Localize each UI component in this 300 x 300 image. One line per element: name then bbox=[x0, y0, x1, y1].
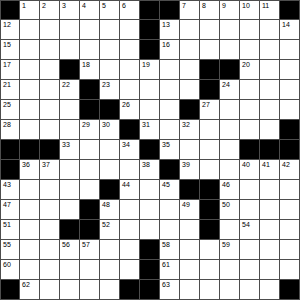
black-square bbox=[160, 160, 180, 180]
white-square[interactable] bbox=[80, 40, 100, 60]
black-square bbox=[180, 100, 200, 120]
white-square[interactable] bbox=[200, 120, 220, 140]
white-square[interactable]: 10 bbox=[240, 0, 260, 20]
black-square bbox=[0, 0, 20, 20]
white-square[interactable]: 52 bbox=[100, 220, 120, 240]
white-square[interactable] bbox=[100, 240, 120, 260]
clue-number: 55 bbox=[3, 241, 11, 249]
white-square[interactable] bbox=[260, 280, 280, 300]
white-square[interactable] bbox=[40, 260, 60, 280]
white-square[interactable]: 35 bbox=[160, 140, 180, 160]
white-square[interactable] bbox=[260, 220, 280, 240]
white-square[interactable] bbox=[220, 220, 240, 240]
white-square[interactable] bbox=[260, 80, 280, 100]
white-square[interactable] bbox=[160, 80, 180, 100]
white-square[interactable] bbox=[140, 80, 160, 100]
white-square[interactable] bbox=[200, 140, 220, 160]
white-square[interactable]: 42 bbox=[280, 160, 300, 180]
white-square[interactable] bbox=[180, 40, 200, 60]
white-square[interactable] bbox=[60, 100, 80, 120]
white-square[interactable]: 33 bbox=[60, 140, 80, 160]
clue-number: 4 bbox=[82, 2, 86, 10]
black-square bbox=[280, 0, 300, 20]
white-square[interactable] bbox=[240, 260, 260, 280]
white-square[interactable]: 15 bbox=[0, 40, 20, 60]
black-square bbox=[80, 200, 100, 220]
white-square[interactable]: 58 bbox=[160, 240, 180, 260]
white-square[interactable]: 14 bbox=[280, 20, 300, 40]
white-square[interactable] bbox=[60, 160, 80, 180]
clue-number: 14 bbox=[282, 21, 290, 29]
clue-number: 43 bbox=[3, 181, 11, 189]
white-square[interactable]: 1 bbox=[20, 0, 40, 20]
white-square[interactable] bbox=[20, 100, 40, 120]
white-square[interactable] bbox=[180, 60, 200, 80]
black-square bbox=[280, 120, 300, 140]
clue-number: 8 bbox=[202, 2, 206, 10]
black-square bbox=[60, 60, 80, 80]
white-square[interactable]: 23 bbox=[100, 80, 120, 100]
white-square[interactable]: 8 bbox=[200, 0, 220, 20]
clue-number: 13 bbox=[162, 21, 170, 29]
white-square[interactable] bbox=[20, 180, 40, 200]
white-square[interactable]: 18 bbox=[80, 60, 100, 80]
white-square[interactable] bbox=[20, 200, 40, 220]
white-square[interactable]: 45 bbox=[160, 180, 180, 200]
white-square[interactable]: 21 bbox=[0, 80, 20, 100]
clue-number: 21 bbox=[3, 81, 11, 89]
clue-number: 54 bbox=[242, 221, 250, 229]
white-square[interactable] bbox=[60, 200, 80, 220]
white-square[interactable] bbox=[240, 180, 260, 200]
white-square[interactable] bbox=[100, 40, 120, 60]
white-square[interactable] bbox=[20, 260, 40, 280]
white-square[interactable] bbox=[40, 220, 60, 240]
white-square[interactable]: 11 bbox=[260, 0, 280, 20]
clue-number: 59 bbox=[222, 241, 230, 249]
white-square[interactable]: 25 bbox=[0, 100, 20, 120]
black-square bbox=[200, 200, 220, 220]
white-square[interactable] bbox=[100, 60, 120, 80]
white-square[interactable] bbox=[280, 240, 300, 260]
clue-number: 37 bbox=[42, 161, 50, 169]
white-square[interactable] bbox=[40, 280, 60, 300]
white-square[interactable] bbox=[240, 40, 260, 60]
clue-number: 34 bbox=[122, 141, 130, 149]
clue-number: 5 bbox=[102, 2, 106, 10]
clue-number: 12 bbox=[3, 21, 11, 29]
black-square bbox=[180, 180, 200, 200]
white-square[interactable] bbox=[220, 100, 240, 120]
clue-number: 61 bbox=[162, 261, 170, 269]
white-square[interactable] bbox=[80, 20, 100, 40]
white-square[interactable] bbox=[60, 40, 80, 60]
white-square[interactable]: 24 bbox=[220, 80, 240, 100]
black-square bbox=[240, 140, 260, 160]
white-square[interactable] bbox=[180, 20, 200, 40]
white-square[interactable] bbox=[20, 60, 40, 80]
clue-number: 6 bbox=[122, 2, 126, 10]
white-square[interactable] bbox=[280, 180, 300, 200]
white-square[interactable]: 37 bbox=[40, 160, 60, 180]
white-square[interactable] bbox=[100, 260, 120, 280]
white-square[interactable] bbox=[100, 160, 120, 180]
white-square[interactable] bbox=[20, 40, 40, 60]
clue-number: 23 bbox=[102, 81, 110, 89]
white-square[interactable]: 9 bbox=[220, 0, 240, 20]
clue-number: 46 bbox=[222, 181, 230, 189]
white-square[interactable]: 27 bbox=[200, 100, 220, 120]
white-square[interactable] bbox=[120, 80, 140, 100]
white-square[interactable] bbox=[40, 240, 60, 260]
white-square[interactable] bbox=[40, 80, 60, 100]
black-square bbox=[80, 80, 100, 100]
clue-number: 35 bbox=[162, 141, 170, 149]
white-square[interactable] bbox=[220, 280, 240, 300]
white-square[interactable] bbox=[120, 240, 140, 260]
black-square bbox=[60, 220, 80, 240]
white-square[interactable]: 28 bbox=[0, 120, 20, 140]
white-square[interactable] bbox=[180, 220, 200, 240]
clue-number: 63 bbox=[162, 281, 170, 289]
clue-number: 9 bbox=[222, 2, 226, 10]
white-square[interactable] bbox=[160, 200, 180, 220]
white-square[interactable]: 31 bbox=[140, 120, 160, 140]
black-square bbox=[80, 220, 100, 240]
white-square[interactable] bbox=[120, 220, 140, 240]
black-square bbox=[140, 140, 160, 160]
clue-number: 27 bbox=[202, 101, 210, 109]
white-square[interactable] bbox=[240, 240, 260, 260]
clue-number: 52 bbox=[102, 221, 110, 229]
white-square[interactable] bbox=[80, 260, 100, 280]
white-square[interactable]: 50 bbox=[220, 200, 240, 220]
clue-number: 47 bbox=[3, 201, 11, 209]
white-square[interactable] bbox=[60, 20, 80, 40]
black-square bbox=[80, 100, 100, 120]
white-square[interactable]: 63 bbox=[160, 280, 180, 300]
black-square bbox=[20, 140, 40, 160]
clue-number: 33 bbox=[62, 141, 70, 149]
black-square bbox=[260, 140, 280, 160]
black-square bbox=[40, 140, 60, 160]
white-square[interactable]: 3 bbox=[60, 0, 80, 20]
white-square[interactable]: 40 bbox=[240, 160, 260, 180]
white-square[interactable] bbox=[220, 140, 240, 160]
white-square[interactable] bbox=[20, 220, 40, 240]
clue-number: 17 bbox=[3, 61, 11, 69]
white-square[interactable]: 19 bbox=[140, 60, 160, 80]
white-square[interactable] bbox=[180, 260, 200, 280]
white-square[interactable] bbox=[220, 40, 240, 60]
white-square[interactable] bbox=[280, 260, 300, 280]
clue-number: 31 bbox=[142, 121, 150, 129]
clue-number: 24 bbox=[222, 81, 230, 89]
black-square bbox=[0, 160, 20, 180]
white-square[interactable]: 59 bbox=[220, 240, 240, 260]
white-square[interactable] bbox=[140, 180, 160, 200]
clue-number: 36 bbox=[22, 161, 30, 169]
clue-number: 42 bbox=[282, 161, 290, 169]
white-square[interactable]: 16 bbox=[160, 40, 180, 60]
white-square[interactable] bbox=[40, 60, 60, 80]
clue-number: 28 bbox=[3, 121, 11, 129]
clue-number: 38 bbox=[142, 161, 150, 169]
clue-number: 41 bbox=[262, 161, 270, 169]
white-square[interactable]: 38 bbox=[140, 160, 160, 180]
white-square[interactable] bbox=[180, 140, 200, 160]
clue-number: 58 bbox=[162, 241, 170, 249]
white-square[interactable] bbox=[140, 100, 160, 120]
clue-number: 45 bbox=[162, 181, 170, 189]
white-square[interactable]: 12 bbox=[0, 20, 20, 40]
white-square[interactable] bbox=[280, 200, 300, 220]
white-square[interactable]: 61 bbox=[160, 260, 180, 280]
white-square[interactable] bbox=[160, 60, 180, 80]
black-square bbox=[140, 20, 160, 40]
black-square bbox=[200, 80, 220, 100]
clue-number: 16 bbox=[162, 41, 170, 49]
white-square[interactable]: 55 bbox=[0, 240, 20, 260]
white-square[interactable]: 44 bbox=[120, 180, 140, 200]
white-square[interactable]: 4 bbox=[80, 0, 100, 20]
white-square[interactable] bbox=[220, 120, 240, 140]
clue-number: 32 bbox=[182, 121, 190, 129]
black-square bbox=[160, 0, 180, 20]
clue-number: 53 bbox=[202, 221, 210, 229]
clue-number: 49 bbox=[182, 201, 190, 209]
white-square[interactable] bbox=[220, 160, 240, 180]
black-square bbox=[0, 140, 20, 160]
clue-number: 60 bbox=[3, 261, 11, 269]
black-square bbox=[140, 0, 160, 20]
white-square[interactable]: 7 bbox=[180, 0, 200, 20]
clue-number: 39 bbox=[182, 161, 190, 169]
black-square bbox=[140, 280, 160, 300]
white-square[interactable] bbox=[120, 260, 140, 280]
white-square[interactable] bbox=[120, 40, 140, 60]
white-square[interactable] bbox=[200, 260, 220, 280]
white-square[interactable] bbox=[60, 280, 80, 300]
white-square[interactable] bbox=[260, 20, 280, 40]
white-square[interactable] bbox=[40, 100, 60, 120]
white-square[interactable]: 6 bbox=[120, 0, 140, 20]
white-square[interactable] bbox=[80, 160, 100, 180]
white-square[interactable] bbox=[100, 280, 120, 300]
white-square[interactable] bbox=[200, 280, 220, 300]
white-square[interactable] bbox=[240, 80, 260, 100]
clue-number: 44 bbox=[122, 181, 130, 189]
white-square[interactable] bbox=[40, 20, 60, 40]
clue-number: 18 bbox=[82, 61, 90, 69]
black-square bbox=[220, 60, 240, 80]
white-square[interactable] bbox=[120, 160, 140, 180]
white-square[interactable] bbox=[260, 60, 280, 80]
white-square[interactable] bbox=[60, 260, 80, 280]
white-square[interactable] bbox=[20, 240, 40, 260]
white-square[interactable] bbox=[160, 100, 180, 120]
white-square[interactable] bbox=[260, 240, 280, 260]
white-square[interactable]: 56 bbox=[60, 240, 80, 260]
white-square[interactable] bbox=[280, 100, 300, 120]
black-square bbox=[140, 260, 160, 280]
white-square[interactable] bbox=[80, 280, 100, 300]
white-square[interactable] bbox=[80, 180, 100, 200]
white-square[interactable]: 32 bbox=[180, 120, 200, 140]
white-square[interactable]: 43 bbox=[0, 180, 20, 200]
white-square[interactable] bbox=[200, 40, 220, 60]
white-square[interactable] bbox=[280, 220, 300, 240]
white-square[interactable] bbox=[260, 120, 280, 140]
white-square[interactable]: 47 bbox=[0, 200, 20, 220]
clue-number: 20 bbox=[242, 61, 250, 69]
white-square[interactable]: 54 bbox=[240, 220, 260, 240]
white-square[interactable]: 34 bbox=[120, 140, 140, 160]
white-square[interactable]: 51 bbox=[0, 220, 20, 240]
white-square[interactable]: 30 bbox=[100, 120, 120, 140]
crossword-board: 1234567891011121314151617181920212223242… bbox=[0, 0, 300, 300]
black-square bbox=[120, 280, 140, 300]
white-square[interactable]: 5 bbox=[100, 0, 120, 20]
clue-number: 50 bbox=[222, 201, 230, 209]
clue-number: 57 bbox=[82, 241, 90, 249]
clue-number: 51 bbox=[3, 221, 11, 229]
white-square[interactable] bbox=[240, 280, 260, 300]
black-square bbox=[0, 280, 20, 300]
white-square[interactable] bbox=[260, 200, 280, 220]
white-square[interactable] bbox=[280, 40, 300, 60]
white-square[interactable]: 20 bbox=[240, 60, 260, 80]
white-square[interactable] bbox=[60, 120, 80, 140]
white-square[interactable] bbox=[20, 20, 40, 40]
clue-number: 48 bbox=[102, 201, 110, 209]
white-square[interactable] bbox=[20, 120, 40, 140]
white-square[interactable] bbox=[40, 200, 60, 220]
white-square[interactable] bbox=[240, 120, 260, 140]
white-square[interactable] bbox=[220, 20, 240, 40]
white-square[interactable] bbox=[160, 120, 180, 140]
white-square[interactable]: 46 bbox=[220, 180, 240, 200]
white-square[interactable] bbox=[40, 120, 60, 140]
white-square[interactable]: 48 bbox=[100, 200, 120, 220]
clue-number: 1 bbox=[22, 2, 26, 10]
white-square[interactable]: 57 bbox=[80, 240, 100, 260]
black-square bbox=[140, 40, 160, 60]
clue-number: 29 bbox=[82, 121, 90, 129]
white-square[interactable] bbox=[180, 240, 200, 260]
white-square[interactable] bbox=[280, 60, 300, 80]
white-square[interactable] bbox=[80, 140, 100, 160]
white-square[interactable]: 39 bbox=[180, 160, 200, 180]
white-square[interactable]: 62 bbox=[20, 280, 40, 300]
white-square[interactable]: 60 bbox=[0, 260, 20, 280]
white-square[interactable]: 2 bbox=[40, 0, 60, 20]
white-square[interactable]: 49 bbox=[180, 200, 200, 220]
black-square bbox=[200, 180, 220, 200]
white-square[interactable] bbox=[60, 180, 80, 200]
white-square[interactable] bbox=[200, 160, 220, 180]
white-square[interactable] bbox=[260, 180, 280, 200]
white-square[interactable] bbox=[120, 60, 140, 80]
clue-number: 19 bbox=[142, 61, 150, 69]
clue-number: 2 bbox=[42, 2, 46, 10]
clue-number: 40 bbox=[242, 161, 250, 169]
black-square bbox=[140, 240, 160, 260]
white-square[interactable]: 13 bbox=[160, 20, 180, 40]
black-square bbox=[280, 280, 300, 300]
black-square: 53 bbox=[200, 220, 220, 240]
clue-number: 7 bbox=[182, 2, 186, 10]
white-square[interactable] bbox=[40, 180, 60, 200]
white-square[interactable] bbox=[240, 100, 260, 120]
white-square[interactable] bbox=[240, 20, 260, 40]
white-square[interactable]: 41 bbox=[260, 160, 280, 180]
black-square bbox=[280, 140, 300, 160]
white-square[interactable] bbox=[40, 40, 60, 60]
white-square[interactable] bbox=[260, 100, 280, 120]
white-square[interactable] bbox=[140, 200, 160, 220]
black-square bbox=[100, 180, 120, 200]
black-square bbox=[200, 60, 220, 80]
white-square[interactable]: 29 bbox=[80, 120, 100, 140]
white-square[interactable] bbox=[240, 200, 260, 220]
clue-number: 62 bbox=[22, 281, 30, 289]
black-square bbox=[120, 120, 140, 140]
white-square[interactable] bbox=[100, 20, 120, 40]
clue-number: 11 bbox=[262, 2, 269, 10]
white-square[interactable]: 36 bbox=[20, 160, 40, 180]
white-square[interactable] bbox=[200, 240, 220, 260]
clue-number: 26 bbox=[122, 101, 130, 109]
white-square[interactable] bbox=[120, 200, 140, 220]
white-square[interactable]: 22 bbox=[60, 80, 80, 100]
white-square[interactable] bbox=[100, 140, 120, 160]
clue-number: 22 bbox=[62, 81, 70, 89]
white-square[interactable] bbox=[260, 260, 280, 280]
white-square[interactable] bbox=[260, 40, 280, 60]
clue-number: 56 bbox=[62, 241, 70, 249]
white-square[interactable] bbox=[20, 80, 40, 100]
white-square[interactable] bbox=[180, 80, 200, 100]
white-square[interactable] bbox=[140, 220, 160, 240]
white-square[interactable] bbox=[160, 220, 180, 240]
clue-number: 25 bbox=[3, 101, 11, 109]
black-square bbox=[100, 100, 120, 120]
clue-number: 10 bbox=[242, 2, 250, 10]
white-square[interactable] bbox=[280, 80, 300, 100]
clue-number: 30 bbox=[102, 121, 110, 129]
white-square[interactable]: 26 bbox=[120, 100, 140, 120]
white-square[interactable]: 17 bbox=[0, 60, 20, 80]
white-square[interactable] bbox=[200, 20, 220, 40]
white-square[interactable] bbox=[220, 260, 240, 280]
clue-number: 15 bbox=[3, 41, 11, 49]
white-square[interactable] bbox=[180, 280, 200, 300]
clue-number: 3 bbox=[62, 2, 66, 10]
white-square[interactable] bbox=[120, 20, 140, 40]
